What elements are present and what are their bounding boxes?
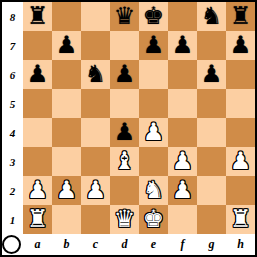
square-b4[interactable] [52, 118, 81, 147]
white-to-move-indicator [2, 235, 21, 254]
file-labels: abcdefgh [23, 234, 255, 255]
square-f5[interactable] [168, 89, 197, 118]
square-e5[interactable] [139, 89, 168, 118]
square-a6[interactable]: ♟ [23, 60, 52, 89]
rank-label-5: 5 [2, 89, 23, 118]
white-queen-d1: ♛ [110, 205, 139, 234]
square-g3[interactable] [197, 147, 226, 176]
rank-label-6: 6 [2, 60, 23, 89]
black-pawn-g6: ♟ [197, 60, 226, 89]
square-h2[interactable] [226, 176, 255, 205]
file-label-f: f [168, 234, 197, 255]
white-king-e1: ♚ [139, 205, 168, 234]
square-a3[interactable] [23, 147, 52, 176]
square-a4[interactable] [23, 118, 52, 147]
square-c8[interactable] [81, 2, 110, 31]
square-f1[interactable] [168, 205, 197, 234]
rank-label-1: 1 [2, 205, 23, 234]
white-knight-e2: ♞ [139, 176, 168, 205]
side-to-move-corner [2, 234, 23, 255]
white-rook-a1: ♜ [23, 205, 52, 234]
square-b1[interactable] [52, 205, 81, 234]
square-c4[interactable] [81, 118, 110, 147]
square-a5[interactable] [23, 89, 52, 118]
square-c5[interactable] [81, 89, 110, 118]
square-a8[interactable]: ♜ [23, 2, 52, 31]
file-label-a: a [23, 234, 52, 255]
white-pawn-h3: ♟ [226, 147, 255, 176]
white-pawn-c2: ♟ [81, 176, 110, 205]
square-b5[interactable] [52, 89, 81, 118]
square-e6[interactable] [139, 60, 168, 89]
black-rook-a8: ♜ [23, 2, 52, 31]
rank-label-2: 2 [2, 176, 23, 205]
file-label-e: e [139, 234, 168, 255]
file-label-b: b [52, 234, 81, 255]
white-pawn-f2: ♟ [168, 176, 197, 205]
square-b3[interactable] [52, 147, 81, 176]
square-f7[interactable]: ♟ [168, 31, 197, 60]
black-pawn-f7: ♟ [168, 31, 197, 60]
chess-diagram: 87654321 ♜♛♚♞♜♟♟♟♟♟♞♟♟♟♟♝♟♟♟♟♟♞♟♜♛♚♜ abc… [0, 0, 257, 257]
square-a2[interactable]: ♟ [23, 176, 52, 205]
black-pawn-d4: ♟ [110, 118, 139, 147]
square-f4[interactable] [168, 118, 197, 147]
square-b2[interactable]: ♟ [52, 176, 81, 205]
square-g2[interactable] [197, 176, 226, 205]
rank-label-8: 8 [2, 2, 23, 31]
square-d6[interactable]: ♟ [110, 60, 139, 89]
chess-board: ♜♛♚♞♜♟♟♟♟♟♞♟♟♟♟♝♟♟♟♟♟♞♟♜♛♚♜ [23, 2, 255, 234]
square-a1[interactable]: ♜ [23, 205, 52, 234]
white-rook-h1: ♜ [226, 205, 255, 234]
square-d4[interactable]: ♟ [110, 118, 139, 147]
square-c3[interactable] [81, 147, 110, 176]
white-pawn-a2: ♟ [23, 176, 52, 205]
file-label-c: c [81, 234, 110, 255]
square-g8[interactable]: ♞ [197, 2, 226, 31]
black-pawn-a6: ♟ [23, 60, 52, 89]
black-queen-d8: ♛ [110, 2, 139, 31]
square-a7[interactable] [23, 31, 52, 60]
white-pawn-e4: ♟ [139, 118, 168, 147]
square-h6[interactable] [226, 60, 255, 89]
square-b7[interactable]: ♟ [52, 31, 81, 60]
square-h4[interactable] [226, 118, 255, 147]
white-pawn-f3: ♟ [168, 147, 197, 176]
square-d5[interactable] [110, 89, 139, 118]
black-king-e8: ♚ [139, 2, 168, 31]
square-e8[interactable]: ♚ [139, 2, 168, 31]
square-h1[interactable]: ♜ [226, 205, 255, 234]
square-e4[interactable]: ♟ [139, 118, 168, 147]
black-pawn-h7: ♟ [226, 31, 255, 60]
square-g5[interactable] [197, 89, 226, 118]
square-c7[interactable] [81, 31, 110, 60]
square-g6[interactable]: ♟ [197, 60, 226, 89]
square-f6[interactable] [168, 60, 197, 89]
rank-label-4: 4 [2, 118, 23, 147]
black-pawn-e7: ♟ [139, 31, 168, 60]
square-e7[interactable]: ♟ [139, 31, 168, 60]
square-c2[interactable]: ♟ [81, 176, 110, 205]
white-pawn-b2: ♟ [52, 176, 81, 205]
file-label-h: h [226, 234, 255, 255]
rank-label-7: 7 [2, 31, 23, 60]
black-knight-c6: ♞ [81, 60, 110, 89]
black-pawn-d6: ♟ [110, 60, 139, 89]
file-label-d: d [110, 234, 139, 255]
square-h3[interactable]: ♟ [226, 147, 255, 176]
black-pawn-b7: ♟ [52, 31, 81, 60]
square-g7[interactable] [197, 31, 226, 60]
square-b6[interactable] [52, 60, 81, 89]
file-label-g: g [197, 234, 226, 255]
white-bishop-d3: ♝ [110, 147, 139, 176]
square-d2[interactable] [110, 176, 139, 205]
black-knight-g8: ♞ [197, 2, 226, 31]
rank-labels: 87654321 [2, 2, 23, 234]
square-f2[interactable]: ♟ [168, 176, 197, 205]
square-e3[interactable] [139, 147, 168, 176]
square-g4[interactable] [197, 118, 226, 147]
square-d3[interactable]: ♝ [110, 147, 139, 176]
square-d8[interactable]: ♛ [110, 2, 139, 31]
square-e2[interactable]: ♞ [139, 176, 168, 205]
square-f8[interactable] [168, 2, 197, 31]
square-f3[interactable]: ♟ [168, 147, 197, 176]
square-h8[interactable]: ♜ [226, 2, 255, 31]
square-c6[interactable]: ♞ [81, 60, 110, 89]
square-d1[interactable]: ♛ [110, 205, 139, 234]
square-b8[interactable] [52, 2, 81, 31]
square-h7[interactable]: ♟ [226, 31, 255, 60]
square-d7[interactable] [110, 31, 139, 60]
black-rook-h8: ♜ [226, 2, 255, 31]
square-g1[interactable] [197, 205, 226, 234]
square-e1[interactable]: ♚ [139, 205, 168, 234]
square-h5[interactable] [226, 89, 255, 118]
rank-label-3: 3 [2, 147, 23, 176]
square-c1[interactable] [81, 205, 110, 234]
